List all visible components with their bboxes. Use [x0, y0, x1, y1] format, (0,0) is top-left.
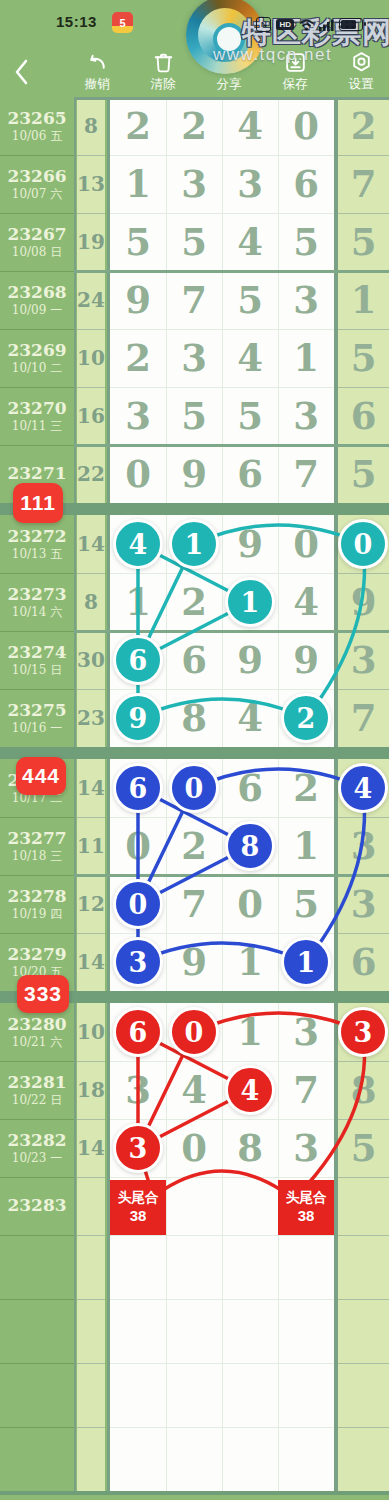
- digit-cell[interactable]: 1: [222, 1003, 278, 1061]
- circled-digit[interactable]: 0: [169, 763, 219, 813]
- digit-cell[interactable]: 6: [278, 155, 334, 213]
- digit-cell[interactable]: 9: [278, 631, 334, 689]
- grid-vline: [74, 97, 76, 1491]
- battery-icon: [339, 18, 363, 31]
- issue-date: 10/19 四: [12, 907, 62, 921]
- digit-cell[interactable]: 3: [222, 155, 278, 213]
- back-button[interactable]: [12, 58, 34, 88]
- row-divider: [77, 1299, 105, 1300]
- trash-icon: [151, 50, 176, 75]
- digit-cell[interactable]: 9: [110, 271, 166, 329]
- digit-cell[interactable]: 3: [338, 631, 389, 689]
- head-tail-sum-box[interactable]: 头尾合38: [110, 1180, 166, 1235]
- issue-number: 23267: [7, 225, 66, 245]
- undo-button[interactable]: 撤销: [65, 50, 129, 91]
- issue-cell: 2327710/18 三: [0, 817, 74, 875]
- digit-cell[interactable]: 3: [338, 875, 389, 933]
- digit-cell[interactable]: 9: [222, 631, 278, 689]
- head-tail-value: 38: [298, 1207, 315, 1226]
- sum-cell: 24: [77, 271, 105, 329]
- digit-cell[interactable]: 4: [222, 97, 278, 155]
- digit-cell[interactable]: 6: [166, 631, 222, 689]
- circled-digit[interactable]: 4: [113, 519, 163, 569]
- head-tail-label: 头尾合: [286, 1190, 327, 1207]
- circled-digit[interactable]: 6: [113, 763, 163, 813]
- row-divider: [110, 1235, 334, 1236]
- circled-digit[interactable]: 4: [338, 763, 388, 813]
- digit-cell[interactable]: 2: [110, 329, 166, 387]
- digit-cell[interactable]: 0: [110, 445, 166, 503]
- digit-cell[interactable]: 5: [338, 1119, 389, 1177]
- undo-icon: [85, 50, 110, 75]
- digit-cell[interactable]: 7: [338, 689, 389, 747]
- row-divider-left: [0, 1299, 74, 1300]
- issue-date: 10/13 五: [12, 547, 62, 561]
- issue-number: 23282: [7, 1131, 66, 1151]
- sum-cell: 13: [77, 155, 105, 213]
- digit-cell[interactable]: 5: [110, 213, 166, 271]
- issue-date: 10/14 六: [12, 605, 62, 619]
- issue-number: 23269: [7, 341, 66, 361]
- digit-cell[interactable]: 8: [166, 689, 222, 747]
- digit-cell[interactable]: 3: [110, 387, 166, 445]
- digit-cell[interactable]: 0: [278, 515, 334, 573]
- issue-cell: 2327510/16 一: [0, 689, 74, 747]
- issue-date: 10/21 六: [12, 1035, 62, 1049]
- row-divider: [77, 1427, 105, 1428]
- digit-cell[interactable]: 7: [278, 445, 334, 503]
- sum-cell: 14: [77, 1119, 105, 1177]
- issue-cell: 2327410/15 日: [0, 631, 74, 689]
- sum-cell: 22: [77, 445, 105, 503]
- circled-digit[interactable]: 2: [281, 693, 331, 743]
- digit-cell[interactable]: 2: [166, 97, 222, 155]
- digit-cell[interactable]: 5: [338, 213, 389, 271]
- digit-cell[interactable]: 1: [278, 817, 334, 875]
- digit-cell[interactable]: 9: [338, 573, 389, 631]
- head-tail-value: 38: [130, 1207, 147, 1226]
- issue-cell: 2327010/11 三: [0, 387, 74, 445]
- digit-cell[interactable]: 5: [222, 387, 278, 445]
- nfc-icon: N: [256, 17, 271, 32]
- digit-cell[interactable]: 4: [166, 1061, 222, 1119]
- issue-date: 10/09 一: [12, 303, 62, 317]
- digit-cell[interactable]: 3: [166, 155, 222, 213]
- digit-cell[interactable]: 7: [338, 155, 389, 213]
- sum-cell: 14: [77, 515, 105, 573]
- issue-date: 10/06 五: [12, 129, 62, 143]
- wifi-icon: [299, 19, 314, 31]
- issue-date: 10/08 日: [12, 245, 62, 259]
- circled-digit[interactable]: 1: [225, 577, 275, 627]
- digit-cell[interactable]: 3: [278, 387, 334, 445]
- issue-number: 23280: [7, 1015, 66, 1035]
- settings-button[interactable]: 设置: [329, 50, 389, 91]
- issue-cell: 2326910/10 二: [0, 329, 74, 387]
- issue-date: 10/15 日: [12, 663, 62, 677]
- digit-cell[interactable]: 1: [222, 933, 278, 991]
- circled-digit[interactable]: 1: [169, 519, 219, 569]
- issue-number: 23271: [7, 464, 66, 484]
- digit-cell[interactable]: 8: [222, 1119, 278, 1177]
- head-tail-label: 头尾合: [118, 1190, 159, 1207]
- settings-label: 设置: [349, 78, 374, 91]
- issue-cell: 2327310/14 六: [0, 573, 74, 631]
- issue-number: 23283: [7, 1196, 66, 1216]
- sum-cell: 16: [77, 387, 105, 445]
- clear-button[interactable]: 清除: [131, 50, 195, 91]
- issue-cell: 2328210/23 一: [0, 1119, 74, 1177]
- circled-digit[interactable]: 0: [169, 1007, 219, 1057]
- hd-icon: HD: [276, 19, 294, 30]
- row-divider: [110, 1299, 334, 1300]
- issue-number: 23277: [7, 829, 66, 849]
- issue-cell: 2326610/07 六: [0, 155, 74, 213]
- digit-cell[interactable]: 0: [278, 97, 334, 155]
- digit-cell[interactable]: 9: [166, 933, 222, 991]
- digit-cell[interactable]: 3: [338, 817, 389, 875]
- digit-cell[interactable]: 6: [338, 933, 389, 991]
- digit-cell[interactable]: 6: [222, 759, 278, 817]
- issue-date: 10/10 二: [12, 361, 62, 375]
- circled-digit[interactable]: 6: [113, 635, 163, 685]
- row-divider-left: [0, 1235, 74, 1236]
- digit-cell[interactable]: 3: [166, 329, 222, 387]
- app-badge-icon: 5: [112, 12, 133, 33]
- circled-digit[interactable]: 9: [113, 693, 163, 743]
- sum-cell: 10: [77, 1003, 105, 1061]
- issue-number: 23281: [7, 1073, 66, 1093]
- digit-cell[interactable]: 5: [166, 213, 222, 271]
- sum-cell: 11: [77, 817, 105, 875]
- digit-cell[interactable]: 1: [278, 329, 334, 387]
- sum-cell: 8: [77, 573, 105, 631]
- head-tail-sum-box[interactable]: 头尾合38: [278, 1180, 334, 1235]
- sum-cell: 23: [77, 689, 105, 747]
- circled-digit[interactable]: 1: [281, 937, 331, 987]
- issue-cell: 2326810/09 一: [0, 271, 74, 329]
- row-divider-left: [0, 1427, 74, 1428]
- status-icons: N HD: [256, 17, 363, 32]
- clear-label: 清除: [151, 78, 176, 91]
- share-label: 分享: [217, 78, 242, 91]
- circled-digit[interactable]: 0: [113, 879, 163, 929]
- row-divider: [77, 1177, 105, 1178]
- issue-number: 23274: [7, 643, 66, 663]
- row-divider: [110, 1177, 334, 1178]
- row-divider: [110, 1363, 334, 1364]
- issue-cell: 2327210/13 五: [0, 515, 74, 573]
- marker-badge[interactable]: 444: [16, 757, 66, 795]
- row-divider: [338, 1363, 389, 1364]
- issue-date: 10/16 一: [12, 721, 62, 735]
- digit-cell[interactable]: 3: [110, 1061, 166, 1119]
- circled-digit[interactable]: 0: [338, 519, 388, 569]
- digit-cell[interactable]: 5: [166, 387, 222, 445]
- trend-chart: 2326510/06 五8224022326610/07 六1313367232…: [0, 97, 389, 1500]
- issue-number: 23275: [7, 701, 66, 721]
- issue-cell: 2327810/19 四: [0, 875, 74, 933]
- sum-cell: 30: [77, 631, 105, 689]
- digit-cell[interactable]: 7: [166, 271, 222, 329]
- row-divider-left: [0, 1363, 74, 1364]
- digit-cell[interactable]: 8: [338, 1061, 389, 1119]
- issue-date: 10/11 三: [12, 419, 62, 433]
- digit-cell[interactable]: 3: [278, 271, 334, 329]
- watermark-url: www.tqcp.net: [213, 45, 332, 65]
- issue-date: 10/23 一: [12, 1151, 62, 1165]
- issue-date: 10/18 三: [12, 849, 62, 863]
- circled-digit[interactable]: 4: [225, 1065, 275, 1115]
- row-divider: [338, 1427, 389, 1428]
- lottery-chart-screen: 15:13 5 N HD 特区彩票网 www.tqcp.net 撤销: [0, 0, 389, 1500]
- digit-cell[interactable]: 3: [278, 1003, 334, 1061]
- issue-cell: 2326710/08 日: [0, 213, 74, 271]
- issue-number: 23272: [7, 527, 66, 547]
- save-label: 保存: [283, 78, 308, 91]
- digit-cell[interactable]: 5: [278, 875, 334, 933]
- digit-cell[interactable]: 1: [110, 573, 166, 631]
- digit-cell[interactable]: 1: [338, 271, 389, 329]
- digit-cell[interactable]: 2: [338, 97, 389, 155]
- clock: 15:13: [56, 13, 97, 30]
- circled-digit[interactable]: 3: [113, 1123, 163, 1173]
- issue-cell: 2326510/06 五: [0, 97, 74, 155]
- row-divider: [110, 1427, 334, 1428]
- circled-digit[interactable]: 3: [338, 1007, 388, 1057]
- sum-cell: 12: [77, 875, 105, 933]
- digit-cell[interactable]: 7: [166, 875, 222, 933]
- digit-cell[interactable]: 7: [278, 1061, 334, 1119]
- digit-cell[interactable]: 5: [278, 213, 334, 271]
- digit-cell[interactable]: 4: [222, 213, 278, 271]
- digit-cell[interactable]: 4: [222, 689, 278, 747]
- digit-cell[interactable]: 9: [166, 445, 222, 503]
- issue-number: 23273: [7, 585, 66, 605]
- sum-cell: 18: [77, 1061, 105, 1119]
- sum-cell: 8: [77, 97, 105, 155]
- digit-cell[interactable]: 2: [278, 759, 334, 817]
- marker-badge[interactable]: 333: [17, 975, 69, 1013]
- issue-number: 23279: [7, 945, 66, 965]
- issue-date: 10/07 六: [12, 187, 62, 201]
- row-divider: [338, 1235, 389, 1236]
- row-divider: [338, 1299, 389, 1300]
- digit-cell[interactable]: 3: [278, 1119, 334, 1177]
- row-divider: [77, 1363, 105, 1364]
- digit-cell[interactable]: 0: [110, 817, 166, 875]
- issue-cell: 23283: [0, 1177, 74, 1235]
- row-divider: [338, 1177, 389, 1178]
- digit-cell[interactable]: 6: [222, 445, 278, 503]
- circled-digit[interactable]: 3: [113, 937, 163, 987]
- undo-label: 撤销: [85, 78, 110, 91]
- sum-cell: 10: [77, 329, 105, 387]
- digit-cell[interactable]: 5: [222, 271, 278, 329]
- digit-cell[interactable]: 2: [110, 97, 166, 155]
- digit-cell[interactable]: 2: [166, 573, 222, 631]
- sum-cell: 14: [77, 933, 105, 991]
- settings-icon: [349, 50, 374, 75]
- circled-digit[interactable]: 6: [113, 1007, 163, 1057]
- digit-cell[interactable]: 0: [222, 875, 278, 933]
- issue-number: 23268: [7, 283, 66, 303]
- digit-cell[interactable]: 4: [278, 573, 334, 631]
- digit-cell[interactable]: 1: [110, 155, 166, 213]
- back-chevron-icon: [12, 58, 32, 86]
- sum-cell: 19: [77, 213, 105, 271]
- circled-digit[interactable]: 8: [225, 821, 275, 871]
- grid-bottom-border: [0, 1491, 389, 1495]
- digit-cell[interactable]: 0: [166, 1119, 222, 1177]
- signal-icon: [319, 19, 334, 31]
- row-divider: [77, 1235, 105, 1236]
- digit-cell[interactable]: 6: [338, 387, 389, 445]
- issue-number: 23265: [7, 109, 66, 129]
- issue-date: 10/22 日: [12, 1093, 62, 1107]
- marker-badge[interactable]: 111: [13, 483, 63, 523]
- sum-cell: 14: [77, 759, 105, 817]
- issue-number: 23266: [7, 167, 66, 187]
- issue-cell: 2328110/22 日: [0, 1061, 74, 1119]
- digit-cell[interactable]: 2: [166, 817, 222, 875]
- digit-cell[interactable]: 9: [222, 515, 278, 573]
- digit-cell[interactable]: 4: [222, 329, 278, 387]
- digit-cell[interactable]: 5: [338, 329, 389, 387]
- issue-number: 23278: [7, 887, 66, 907]
- digit-cell[interactable]: 5: [338, 445, 389, 503]
- issue-number: 23270: [7, 399, 66, 419]
